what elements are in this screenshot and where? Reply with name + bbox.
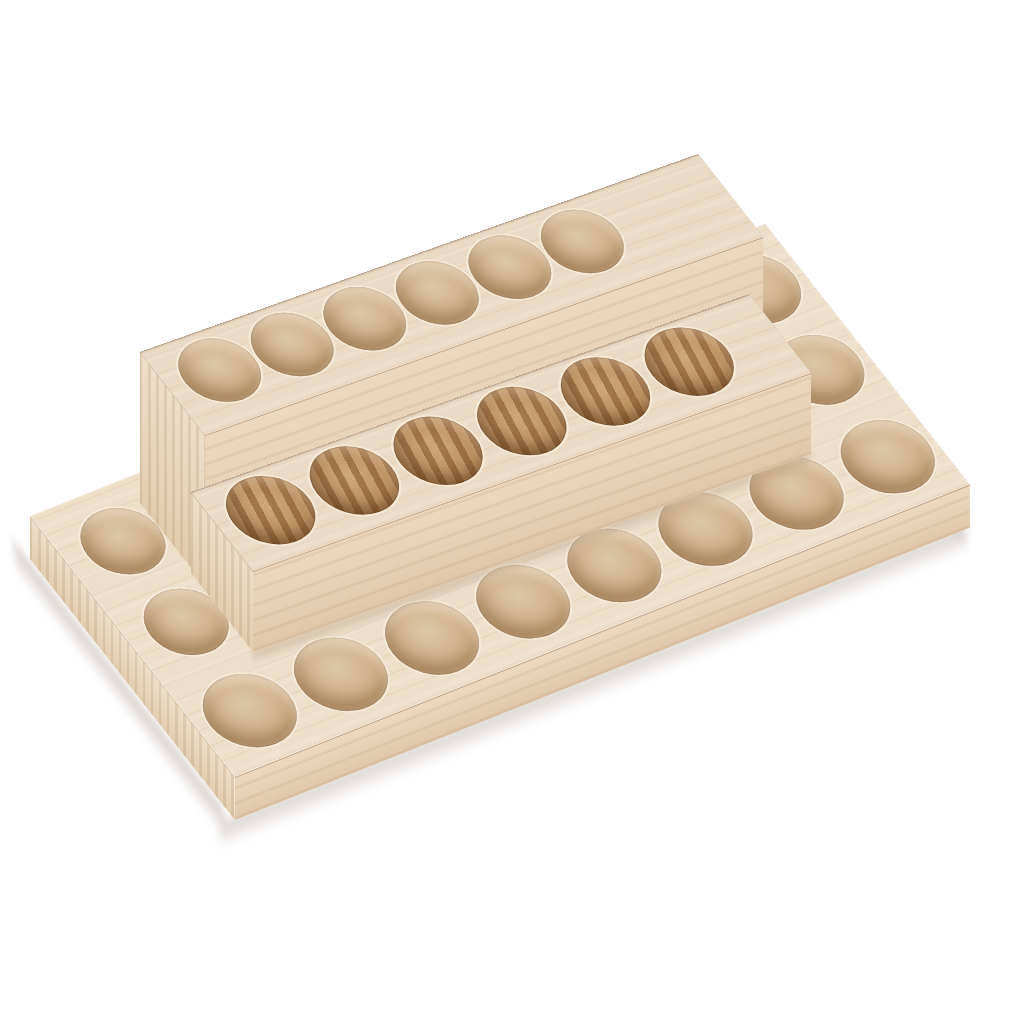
wooden-rack-scene bbox=[0, 0, 1024, 1024]
